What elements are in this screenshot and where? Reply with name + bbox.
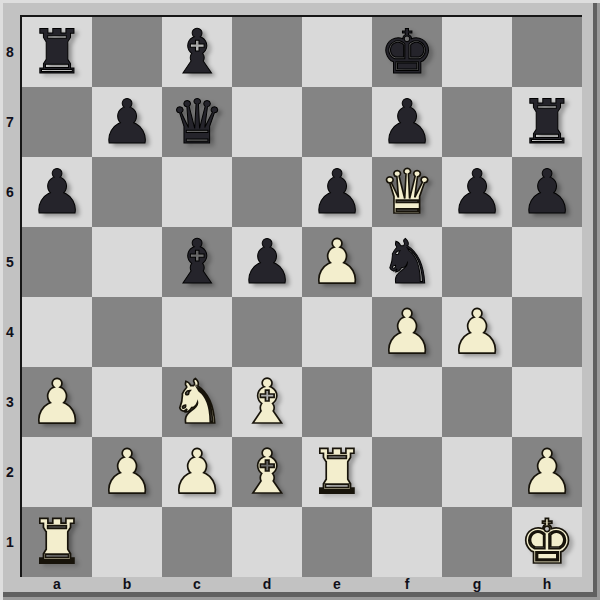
square-d8[interactable] xyxy=(232,17,302,87)
white-king[interactable]: ♚ xyxy=(520,507,575,577)
square-g7[interactable] xyxy=(442,87,512,157)
white-bishop[interactable]: ♝ xyxy=(240,367,295,437)
square-a1[interactable]: ♜ xyxy=(22,507,92,577)
rank-label-4: 4 xyxy=(0,297,20,367)
square-a4[interactable] xyxy=(22,297,92,367)
square-d3[interactable]: ♝ xyxy=(232,367,302,437)
black-bishop[interactable]: ♝ xyxy=(170,227,225,297)
square-e5[interactable]: ♟ xyxy=(302,227,372,297)
black-pawn[interactable]: ♟ xyxy=(30,157,85,227)
square-b1[interactable] xyxy=(92,507,162,577)
file-labels: abcdefgh xyxy=(22,577,582,592)
square-b2[interactable]: ♟ xyxy=(92,437,162,507)
square-c6[interactable] xyxy=(162,157,232,227)
square-e7[interactable] xyxy=(302,87,372,157)
rank-labels: 87654321 xyxy=(0,17,20,577)
square-c4[interactable] xyxy=(162,297,232,367)
square-c5[interactable]: ♝ xyxy=(162,227,232,297)
square-b5[interactable] xyxy=(92,227,162,297)
square-a5[interactable] xyxy=(22,227,92,297)
black-king[interactable]: ♚ xyxy=(380,17,435,87)
file-label-e: e xyxy=(302,577,372,592)
file-label-d: d xyxy=(232,577,302,592)
square-f3[interactable] xyxy=(372,367,442,437)
square-g4[interactable]: ♟ xyxy=(442,297,512,367)
square-d6[interactable] xyxy=(232,157,302,227)
square-g6[interactable]: ♟ xyxy=(442,157,512,227)
black-pawn[interactable]: ♟ xyxy=(100,87,155,157)
black-pawn[interactable]: ♟ xyxy=(240,227,295,297)
chessboard-frame: 87654321 ♜♝♚♟♛♟♜♟♟♛♟♟♝♟♟♞♟♟♟♞♝♟♟♝♜♟♜♚ ab… xyxy=(0,0,600,600)
square-f4[interactable]: ♟ xyxy=(372,297,442,367)
white-pawn[interactable]: ♟ xyxy=(310,227,365,297)
square-h5[interactable] xyxy=(512,227,582,297)
square-g3[interactable] xyxy=(442,367,512,437)
rank-label-3: 3 xyxy=(0,367,20,437)
square-e8[interactable] xyxy=(302,17,372,87)
square-c2[interactable]: ♟ xyxy=(162,437,232,507)
square-c8[interactable]: ♝ xyxy=(162,17,232,87)
square-f5[interactable]: ♞ xyxy=(372,227,442,297)
square-e3[interactable] xyxy=(302,367,372,437)
file-label-f: f xyxy=(372,577,442,592)
square-b6[interactable] xyxy=(92,157,162,227)
black-knight[interactable]: ♞ xyxy=(380,227,435,297)
square-a3[interactable]: ♟ xyxy=(22,367,92,437)
square-d2[interactable]: ♝ xyxy=(232,437,302,507)
square-a8[interactable]: ♜ xyxy=(22,17,92,87)
rank-label-8: 8 xyxy=(0,17,20,87)
file-label-c: c xyxy=(162,577,232,592)
square-a2[interactable] xyxy=(22,437,92,507)
square-d7[interactable] xyxy=(232,87,302,157)
square-h1[interactable]: ♚ xyxy=(512,507,582,577)
square-b3[interactable] xyxy=(92,367,162,437)
rank-label-2: 2 xyxy=(0,437,20,507)
square-c1[interactable] xyxy=(162,507,232,577)
square-h7[interactable]: ♜ xyxy=(512,87,582,157)
square-d1[interactable] xyxy=(232,507,302,577)
white-queen[interactable]: ♛ xyxy=(380,157,435,227)
square-a6[interactable]: ♟ xyxy=(22,157,92,227)
square-e4[interactable] xyxy=(302,297,372,367)
white-pawn[interactable]: ♟ xyxy=(100,437,155,507)
square-b8[interactable] xyxy=(92,17,162,87)
square-h3[interactable] xyxy=(512,367,582,437)
black-pawn[interactable]: ♟ xyxy=(310,157,365,227)
chessboard[interactable]: ♜♝♚♟♛♟♜♟♟♛♟♟♝♟♟♞♟♟♟♞♝♟♟♝♜♟♜♚ xyxy=(20,15,582,577)
square-g2[interactable] xyxy=(442,437,512,507)
black-rook[interactable]: ♜ xyxy=(30,17,85,87)
square-b4[interactable] xyxy=(92,297,162,367)
square-d5[interactable]: ♟ xyxy=(232,227,302,297)
white-pawn[interactable]: ♟ xyxy=(520,437,575,507)
black-pawn[interactable]: ♟ xyxy=(380,87,435,157)
file-label-h: h xyxy=(512,577,582,592)
black-rook[interactable]: ♜ xyxy=(520,87,575,157)
black-queen[interactable]: ♛ xyxy=(170,87,225,157)
white-pawn[interactable]: ♟ xyxy=(170,437,225,507)
square-f2[interactable] xyxy=(372,437,442,507)
white-bishop[interactable]: ♝ xyxy=(240,437,295,507)
square-c3[interactable]: ♞ xyxy=(162,367,232,437)
square-e1[interactable] xyxy=(302,507,372,577)
rank-label-5: 5 xyxy=(0,227,20,297)
black-bishop[interactable]: ♝ xyxy=(170,17,225,87)
square-h6[interactable]: ♟ xyxy=(512,157,582,227)
square-f6[interactable]: ♛ xyxy=(372,157,442,227)
file-label-g: g xyxy=(442,577,512,592)
rank-label-6: 6 xyxy=(0,157,20,227)
square-d4[interactable] xyxy=(232,297,302,367)
square-f7[interactable]: ♟ xyxy=(372,87,442,157)
file-label-b: b xyxy=(92,577,162,592)
white-pawn[interactable]: ♟ xyxy=(450,297,505,367)
square-e6[interactable]: ♟ xyxy=(302,157,372,227)
square-a7[interactable] xyxy=(22,87,92,157)
rank-label-7: 7 xyxy=(0,87,20,157)
square-f1[interactable] xyxy=(372,507,442,577)
white-knight[interactable]: ♞ xyxy=(170,367,225,437)
square-h8[interactable] xyxy=(512,17,582,87)
square-b7[interactable]: ♟ xyxy=(92,87,162,157)
file-label-a: a xyxy=(22,577,92,592)
square-h4[interactable] xyxy=(512,297,582,367)
white-pawn[interactable]: ♟ xyxy=(380,297,435,367)
square-h2[interactable]: ♟ xyxy=(512,437,582,507)
black-pawn[interactable]: ♟ xyxy=(520,157,575,227)
square-g1[interactable] xyxy=(442,507,512,577)
white-rook[interactable]: ♜ xyxy=(30,507,85,577)
square-g8[interactable] xyxy=(442,17,512,87)
square-f8[interactable]: ♚ xyxy=(372,17,442,87)
white-pawn[interactable]: ♟ xyxy=(30,367,85,437)
square-c7[interactable]: ♛ xyxy=(162,87,232,157)
white-rook[interactable]: ♜ xyxy=(310,437,365,507)
rank-label-1: 1 xyxy=(0,507,20,577)
square-g5[interactable] xyxy=(442,227,512,297)
square-e2[interactable]: ♜ xyxy=(302,437,372,507)
black-pawn[interactable]: ♟ xyxy=(450,157,505,227)
